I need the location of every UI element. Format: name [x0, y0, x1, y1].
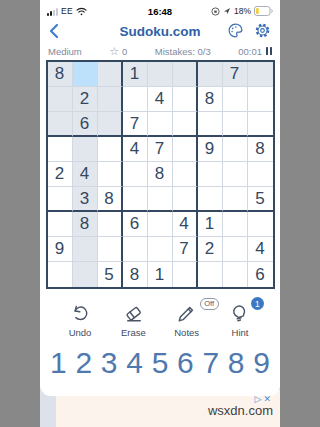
numpad-3[interactable]: 3 — [101, 346, 118, 380]
sudoku-cell-r3c3[interactable] — [98, 112, 123, 137]
sudoku-cell-r6c4[interactable] — [123, 187, 148, 212]
sudoku-cell-r5c5[interactable]: 8 — [148, 162, 173, 187]
sudoku-cell-r3c9[interactable] — [248, 112, 273, 137]
sudoku-cell-r8c2[interactable] — [73, 237, 98, 262]
sudoku-cell-r6c1[interactable] — [48, 187, 73, 212]
erase-label: Erase — [121, 327, 146, 338]
mistakes-label: Mistakes: 0/3 — [155, 46, 211, 57]
sudoku-cell-r4c1[interactable] — [48, 137, 73, 162]
sudoku-cell-r5c3[interactable] — [98, 162, 123, 187]
sudoku-cell-r8c8[interactable] — [223, 237, 248, 262]
numpad-5[interactable]: 5 — [152, 346, 169, 380]
sudoku-cell-r3c1[interactable] — [48, 112, 73, 137]
info-bar: Medium ☆ 0 Mistakes: 0/3 00:01 — [40, 43, 280, 59]
sudoku-cell-r5c7[interactable] — [198, 162, 223, 187]
sudoku-cell-r2c8[interactable] — [223, 87, 248, 112]
difficulty-label: Medium — [48, 46, 82, 57]
battery-icon — [254, 6, 273, 16]
sudoku-cell-r6c8[interactable] — [223, 187, 248, 212]
numpad-8[interactable]: 8 — [228, 346, 245, 380]
score-group: ☆ 0 — [109, 46, 127, 57]
sudoku-cell-r5c2[interactable]: 4 — [73, 162, 98, 187]
hint-button[interactable]: 1 Hint — [218, 302, 262, 338]
sudoku-cell-r1c4[interactable]: 1 — [123, 62, 148, 87]
score-value: 0 — [122, 46, 127, 57]
sudoku-cell-r1c7[interactable] — [198, 62, 223, 87]
sudoku-cell-r7c8[interactable] — [223, 212, 248, 237]
rotation-lock-icon — [211, 7, 220, 16]
page-title: Sudoku.com — [40, 24, 280, 39]
sudoku-cell-r2c1[interactable] — [48, 87, 73, 112]
sudoku-cell-r2c2[interactable]: 2 — [73, 87, 98, 112]
pause-button[interactable] — [266, 47, 272, 55]
sudoku-cell-r3c4[interactable]: 7 — [123, 112, 148, 137]
sudoku-cell-r9c7[interactable] — [198, 262, 223, 287]
sudoku-cell-r6c5[interactable] — [148, 187, 173, 212]
undo-button[interactable]: Undo — [58, 302, 102, 338]
sudoku-board: 817248674798248385864197245816 — [46, 60, 275, 289]
settings-gear-button[interactable] — [254, 22, 271, 39]
pencil-icon — [175, 302, 198, 325]
erase-button[interactable]: Erase — [111, 302, 155, 338]
sudoku-cell-r7c9[interactable] — [248, 212, 273, 237]
sudoku-cell-r7c3[interactable] — [98, 212, 123, 237]
sudoku-cell-r8c1[interactable]: 9 — [48, 237, 73, 262]
app-screen: EE 16:48 18 — [40, 0, 280, 427]
sudoku-cell-r4c7[interactable]: 9 — [198, 137, 223, 162]
sudoku-cell-r1c5[interactable] — [148, 62, 173, 87]
sudoku-cell-r5c6[interactable] — [173, 162, 198, 187]
sudoku-cell-r9c8[interactable] — [223, 262, 248, 287]
sudoku-cell-r4c9[interactable]: 8 — [248, 137, 273, 162]
sudoku-cell-r8c4[interactable] — [123, 237, 148, 262]
sudoku-cell-r7c4[interactable]: 6 — [123, 212, 148, 237]
hint-label: Hint — [232, 327, 249, 338]
sudoku-cell-r5c8[interactable] — [223, 162, 248, 187]
sudoku-cell-r7c1[interactable] — [48, 212, 73, 237]
number-pad: 123456789 — [40, 338, 280, 380]
sudoku-cell-r9c2[interactable] — [73, 262, 98, 287]
toolbar: Undo Erase Off — [40, 289, 280, 338]
sudoku-cell-r1c1[interactable]: 8 — [48, 62, 73, 87]
sudoku-cell-r2c5[interactable]: 4 — [148, 87, 173, 112]
notes-label: Notes — [174, 327, 199, 338]
content-sheet: EE 16:48 18 — [40, 0, 280, 396]
sudoku-cell-r9c4[interactable]: 8 — [123, 262, 148, 287]
sudoku-cell-r8c9[interactable]: 4 — [248, 237, 273, 262]
sudoku-cell-r6c7[interactable] — [198, 187, 223, 212]
timer-value: 00:01 — [238, 46, 262, 57]
sudoku-cell-r5c9[interactable] — [248, 162, 273, 187]
sudoku-cell-r4c4[interactable]: 4 — [123, 137, 148, 162]
sudoku-cell-r4c8[interactable] — [223, 137, 248, 162]
sudoku-cell-r5c1[interactable]: 2 — [48, 162, 73, 187]
eraser-icon — [122, 302, 145, 325]
undo-label: Undo — [69, 327, 92, 338]
sudoku-cell-r3c5[interactable] — [148, 112, 173, 137]
sudoku-cell-r4c2[interactable] — [73, 137, 98, 162]
location-arrow-icon — [223, 7, 231, 15]
nav-header: Sudoku.com — [40, 20, 280, 43]
lightbulb-icon — [228, 302, 251, 325]
sudoku-cell-r3c8[interactable] — [223, 112, 248, 137]
ad-domain-text: wsxdn.com — [208, 403, 273, 418]
status-bar: EE 16:48 18 — [40, 0, 280, 20]
numpad-6[interactable]: 6 — [177, 346, 194, 380]
numpad-1[interactable]: 1 — [50, 346, 67, 380]
sudoku-cell-r2c9[interactable] — [248, 87, 273, 112]
notes-off-badge: Off — [200, 298, 219, 310]
sudoku-cell-r6c2[interactable]: 3 — [73, 187, 98, 212]
sudoku-cell-r5c4[interactable] — [123, 162, 148, 187]
sudoku-cell-r8c3[interactable] — [98, 237, 123, 262]
numpad-2[interactable]: 2 — [75, 346, 92, 380]
sudoku-cell-r7c5[interactable] — [148, 212, 173, 237]
notes-button[interactable]: Off Notes — [165, 302, 209, 338]
sudoku-cell-r6c6[interactable] — [173, 187, 198, 212]
sudoku-cell-r9c3[interactable]: 5 — [98, 262, 123, 287]
sudoku-cell-r4c5[interactable]: 7 — [148, 137, 173, 162]
sudoku-cell-r3c2[interactable]: 6 — [73, 112, 98, 137]
numpad-7[interactable]: 7 — [202, 346, 219, 380]
sudoku-cell-r8c5[interactable] — [148, 237, 173, 262]
numpad-9[interactable]: 9 — [253, 346, 270, 380]
sudoku-cell-r2c3[interactable] — [98, 87, 123, 112]
sudoku-cell-r1c9[interactable] — [248, 62, 273, 87]
sudoku-cell-r7c6[interactable]: 4 — [173, 212, 198, 237]
sudoku-cell-r9c1[interactable] — [48, 262, 73, 287]
hint-count-badge: 1 — [251, 297, 264, 310]
battery-percent: 18% — [234, 6, 251, 16]
sudoku-cell-r3c7[interactable] — [198, 112, 223, 137]
sudoku-cell-r7c2[interactable]: 8 — [73, 212, 98, 237]
sudoku-cell-r1c2[interactable] — [73, 62, 98, 87]
sudoku-cell-r9c5[interactable]: 1 — [148, 262, 173, 287]
sudoku-cell-r2c7[interactable]: 8 — [198, 87, 223, 112]
sudoku-cell-r6c3[interactable]: 8 — [98, 187, 123, 212]
sudoku-cell-r7c7[interactable]: 1 — [198, 212, 223, 237]
sudoku-cell-r1c8[interactable]: 7 — [223, 62, 248, 87]
star-icon: ☆ — [109, 46, 119, 56]
numpad-4[interactable]: 4 — [126, 346, 143, 380]
sudoku-cell-r1c3[interactable] — [98, 62, 123, 87]
sudoku-cell-r4c3[interactable] — [98, 137, 123, 162]
sudoku-cell-r6c9[interactable]: 5 — [248, 187, 273, 212]
sudoku-cell-r2c6[interactable] — [173, 87, 198, 112]
undo-icon — [69, 302, 92, 325]
sudoku-cell-r8c6[interactable]: 7 — [173, 237, 198, 262]
sudoku-cell-r8c7[interactable]: 2 — [198, 237, 223, 262]
theme-palette-button[interactable] — [227, 22, 244, 39]
sudoku-cell-r9c9[interactable]: 6 — [248, 262, 273, 287]
sudoku-cell-r3c6[interactable] — [173, 112, 198, 137]
sudoku-cell-r4c6[interactable] — [173, 137, 198, 162]
sudoku-cell-r1c6[interactable] — [173, 62, 198, 87]
sudoku-cell-r9c6[interactable] — [173, 262, 198, 287]
sudoku-cell-r2c4[interactable] — [123, 87, 148, 112]
